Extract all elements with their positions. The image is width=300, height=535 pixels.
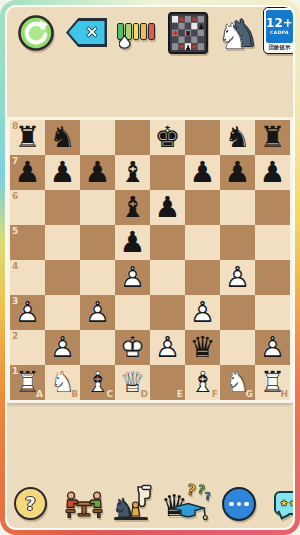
- square-h4[interactable]: [255, 260, 290, 295]
- svg-text:♜: ♜: [185, 30, 191, 38]
- hand-move-icon: ♞: [111, 484, 153, 522]
- chess-app-window: ×: [0, 0, 300, 535]
- mini-board-icon: ♟ ♜ ♟: [168, 12, 208, 54]
- square-b8[interactable]: ♞: [45, 120, 80, 155]
- square-g8[interactable]: ♞: [220, 120, 255, 155]
- square-b5[interactable]: [45, 225, 80, 260]
- square-a6[interactable]: 6: [10, 190, 45, 225]
- square-g2[interactable]: [220, 330, 255, 365]
- square-e2[interactable]: ♟♙: [150, 330, 185, 365]
- square-e4[interactable]: [150, 260, 185, 295]
- square-d5[interactable]: ♟: [115, 225, 150, 260]
- square-e3[interactable]: [150, 295, 185, 330]
- age-rating-value: 12+: [266, 17, 293, 30]
- square-d3[interactable]: [115, 295, 150, 330]
- square-b6[interactable]: [45, 190, 80, 225]
- learn-chess-icon: ♛ ? ? ?: [161, 481, 213, 523]
- rank-label: 2: [12, 331, 18, 341]
- piece-white-rook: ♜♖: [10, 365, 45, 400]
- square-a1[interactable]: 1A♜♖: [10, 365, 45, 400]
- square-f5[interactable]: [185, 225, 220, 260]
- square-g7[interactable]: ♟: [220, 155, 255, 190]
- piece-black-pawn: ♟: [150, 190, 185, 225]
- square-c7[interactable]: ♟: [80, 155, 115, 190]
- piece-white-pawn: ♟♙: [255, 330, 290, 365]
- square-a4[interactable]: 4: [10, 260, 45, 295]
- square-g1[interactable]: G♞♘: [220, 365, 255, 400]
- square-c8[interactable]: [80, 120, 115, 155]
- ellipsis-icon: [229, 502, 234, 507]
- piece-white-rook: ♜♖: [255, 365, 290, 400]
- square-h7[interactable]: ♟: [255, 155, 290, 190]
- svg-text:♟: ♟: [185, 44, 191, 52]
- square-h5[interactable]: [255, 225, 290, 260]
- square-e8[interactable]: ♚: [150, 120, 185, 155]
- square-b2[interactable]: ♟♙: [45, 330, 80, 365]
- square-a3[interactable]: 3♟♙: [10, 295, 45, 330]
- square-f1[interactable]: F♝♗: [185, 365, 220, 400]
- svg-text:?: ?: [205, 491, 211, 502]
- square-d4[interactable]: ♟♙: [115, 260, 150, 295]
- square-h3[interactable]: [255, 295, 290, 330]
- chess-board[interactable]: 8♜♞♚♞♜7♟♟♟♝♟♟♟6♝♟5♟4♟♙♟♙3♟♙♟♙♟♙2♟♙♚♔♟♙♛♟…: [7, 117, 293, 403]
- piece-white-knight: ♞♘: [220, 365, 255, 400]
- restart-icon: [16, 13, 56, 53]
- more-options-button[interactable]: [222, 487, 256, 521]
- piece-black-queen: ♛: [185, 330, 220, 365]
- square-d7[interactable]: ♝: [115, 155, 150, 190]
- piece-white-pawn: ♟♙: [115, 260, 150, 295]
- meter-pointer-icon: [119, 35, 132, 51]
- square-a5[interactable]: 5: [10, 225, 45, 260]
- piece-white-pawn: ♟♙: [80, 295, 115, 330]
- square-a7[interactable]: 7♟: [10, 155, 45, 190]
- piece-black-pawn: ♟: [80, 155, 115, 190]
- square-f2[interactable]: ♛: [185, 330, 220, 365]
- square-c2[interactable]: [80, 330, 115, 365]
- square-a8[interactable]: 8♜: [10, 120, 45, 155]
- square-f4[interactable]: [185, 260, 220, 295]
- svg-text:♞: ♞: [112, 493, 135, 522]
- piece-white-king: ♚♔: [115, 330, 150, 365]
- square-b1[interactable]: B♞♘: [45, 365, 80, 400]
- undo-button[interactable]: ×: [66, 18, 107, 47]
- piece-white-pawn: ♟♙: [10, 295, 45, 330]
- white-knight-icon: ♞♘: [213, 16, 253, 58]
- difficulty-meter-button[interactable]: [117, 23, 155, 55]
- piece-black-pawn: ♟: [10, 155, 45, 190]
- two-player-button[interactable]: [63, 488, 105, 526]
- piece-black-pawn: ♟: [255, 155, 290, 190]
- square-f7[interactable]: ♟: [185, 155, 220, 190]
- square-e1[interactable]: E: [150, 365, 185, 400]
- assisted-move-button[interactable]: ♞: [111, 484, 153, 526]
- rank-label: 4: [12, 261, 18, 271]
- square-e7[interactable]: [150, 155, 185, 190]
- square-c4[interactable]: [80, 260, 115, 295]
- piece-black-bishop: ♝: [115, 155, 150, 190]
- piece-black-pawn: ♟: [220, 155, 255, 190]
- hint-button[interactable]: ?: [14, 487, 47, 520]
- rank-label: 6: [12, 191, 18, 201]
- square-h6[interactable]: [255, 190, 290, 225]
- square-f8[interactable]: [185, 120, 220, 155]
- piece-black-pawn: ♟: [115, 225, 150, 260]
- pieces-button[interactable]: ♞ ♞♘: [213, 13, 261, 57]
- square-d2[interactable]: ♚♔: [115, 330, 150, 365]
- stars-icon: ★★: [280, 498, 295, 508]
- piece-white-pawn: ♟♙: [150, 330, 185, 365]
- svg-text:♟: ♟: [198, 23, 204, 31]
- analysis-board-button[interactable]: ♟ ♜ ♟: [168, 12, 208, 54]
- restart-button[interactable]: [16, 13, 56, 53]
- app-content: ×: [5, 5, 295, 530]
- piece-black-king: ♚: [150, 120, 185, 155]
- piece-white-bishop: ♝♗: [185, 365, 220, 400]
- piece-black-pawn: ♟: [185, 155, 220, 190]
- square-b3[interactable]: [45, 295, 80, 330]
- question-mark-icon: ?: [25, 493, 35, 514]
- square-c5[interactable]: [80, 225, 115, 260]
- square-d1[interactable]: D♛♕: [115, 365, 150, 400]
- piece-white-bishop: ♝♗: [80, 365, 115, 400]
- square-g5[interactable]: [220, 225, 255, 260]
- square-g6[interactable]: [220, 190, 255, 225]
- piece-white-pawn: ♟♙: [45, 330, 80, 365]
- piece-black-knight: ♞: [220, 120, 255, 155]
- square-b4[interactable]: [45, 260, 80, 295]
- square-c1[interactable]: C♝♗: [80, 365, 115, 400]
- square-c3[interactable]: ♟♙: [80, 295, 115, 330]
- square-a2[interactable]: 2: [10, 330, 45, 365]
- piece-black-rook: ♜: [255, 120, 290, 155]
- square-d8[interactable]: [115, 120, 150, 155]
- piece-white-queen: ♛♕: [115, 365, 150, 400]
- square-f3[interactable]: ♟♙: [185, 295, 220, 330]
- piece-black-knight: ♞: [45, 120, 80, 155]
- file-label: E: [177, 389, 183, 399]
- age-rating-badge: 12+ CADPA 适龄提示: [263, 7, 295, 54]
- feedback-button[interactable]: ★★: [274, 491, 295, 515]
- piece-black-bishop: ♝: [115, 190, 150, 225]
- square-h8[interactable]: ♜: [255, 120, 290, 155]
- undo-x-icon: ×: [66, 18, 107, 47]
- age-rating-panel: 12+ CADPA: [266, 10, 293, 43]
- square-e5[interactable]: [150, 225, 185, 260]
- square-g4[interactable]: ♟♙: [220, 260, 255, 295]
- age-rating-org: CADPA: [270, 30, 289, 35]
- piece-black-rook: ♜: [10, 120, 45, 155]
- square-c6[interactable]: [80, 190, 115, 225]
- square-g3[interactable]: [220, 295, 255, 330]
- svg-text:?: ?: [186, 481, 198, 500]
- rank-label: 5: [12, 226, 18, 236]
- piece-white-pawn: ♟♙: [185, 295, 220, 330]
- square-f6[interactable]: [185, 190, 220, 225]
- learn-button[interactable]: ♛ ? ? ?: [161, 481, 213, 527]
- piece-white-knight: ♞♘: [45, 365, 80, 400]
- piece-white-pawn: ♟♙: [220, 260, 255, 295]
- piece-black-pawn: ♟: [45, 155, 80, 190]
- square-d6[interactable]: ♝: [115, 190, 150, 225]
- square-h1[interactable]: H♜♖: [255, 365, 290, 400]
- age-rating-note: 适龄提示: [266, 43, 293, 52]
- square-e6[interactable]: ♟: [150, 190, 185, 225]
- square-h2[interactable]: ♟♙: [255, 330, 290, 365]
- square-b7[interactable]: ♟: [45, 155, 80, 190]
- two-players-icon: [63, 488, 105, 522]
